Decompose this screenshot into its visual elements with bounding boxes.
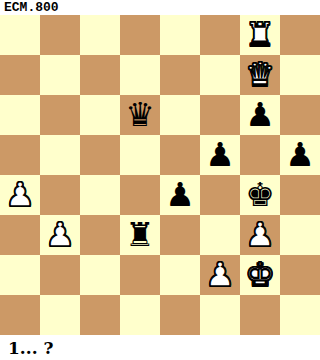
square-d7[interactable]	[120, 55, 160, 95]
square-a3[interactable]	[0, 215, 40, 255]
square-f2[interactable]: ♟	[200, 255, 240, 295]
square-g1[interactable]	[240, 295, 280, 335]
square-h6[interactable]	[280, 95, 320, 135]
piece-black-pawn: ♟	[245, 95, 275, 135]
square-e7[interactable]	[160, 55, 200, 95]
square-f3[interactable]	[200, 215, 240, 255]
puzzle-id-label: ECM.800	[0, 0, 59, 15]
square-b3[interactable]: ♟	[40, 215, 80, 255]
piece-black-king: ♚	[245, 175, 275, 215]
square-b6[interactable]	[40, 95, 80, 135]
move-prompt: 1... ?	[0, 337, 53, 359]
square-c3[interactable]	[80, 215, 120, 255]
square-c2[interactable]	[80, 255, 120, 295]
square-h8[interactable]	[280, 15, 320, 55]
square-f1[interactable]	[200, 295, 240, 335]
square-b4[interactable]	[40, 175, 80, 215]
square-g3[interactable]: ♟	[240, 215, 280, 255]
puzzle-header: ECM.800	[0, 0, 320, 15]
square-a4[interactable]: ♟	[0, 175, 40, 215]
piece-white-queen: ♛	[245, 55, 275, 95]
square-h4[interactable]	[280, 175, 320, 215]
square-h7[interactable]	[280, 55, 320, 95]
square-a8[interactable]	[0, 15, 40, 55]
square-e2[interactable]	[160, 255, 200, 295]
piece-black-queen: ♛	[125, 95, 155, 135]
square-a6[interactable]	[0, 95, 40, 135]
square-d1[interactable]	[120, 295, 160, 335]
square-a5[interactable]	[0, 135, 40, 175]
piece-black-pawn: ♟	[285, 135, 315, 175]
square-f7[interactable]	[200, 55, 240, 95]
square-d5[interactable]	[120, 135, 160, 175]
square-f8[interactable]	[200, 15, 240, 55]
square-b1[interactable]	[40, 295, 80, 335]
square-e6[interactable]	[160, 95, 200, 135]
square-a1[interactable]	[0, 295, 40, 335]
piece-black-pawn: ♟	[165, 175, 195, 215]
square-g7[interactable]: ♛	[240, 55, 280, 95]
square-e8[interactable]	[160, 15, 200, 55]
square-e4[interactable]: ♟	[160, 175, 200, 215]
square-e1[interactable]	[160, 295, 200, 335]
square-f6[interactable]	[200, 95, 240, 135]
square-c5[interactable]	[80, 135, 120, 175]
square-c7[interactable]	[80, 55, 120, 95]
chess-board: ♜♛♛♟♟♟♟♟♚♟♜♟♟♚	[0, 15, 320, 335]
piece-white-rook: ♜	[245, 15, 275, 55]
square-e3[interactable]	[160, 215, 200, 255]
piece-white-pawn: ♟	[205, 255, 235, 295]
square-h3[interactable]	[280, 215, 320, 255]
square-d2[interactable]	[120, 255, 160, 295]
square-e5[interactable]	[160, 135, 200, 175]
square-d6[interactable]: ♛	[120, 95, 160, 135]
square-g5[interactable]	[240, 135, 280, 175]
square-c8[interactable]	[80, 15, 120, 55]
square-f5[interactable]: ♟	[200, 135, 240, 175]
square-h1[interactable]	[280, 295, 320, 335]
piece-white-king: ♚	[245, 255, 275, 295]
square-g4[interactable]: ♚	[240, 175, 280, 215]
square-b5[interactable]	[40, 135, 80, 175]
square-g2[interactable]: ♚	[240, 255, 280, 295]
piece-white-pawn: ♟	[5, 175, 35, 215]
piece-white-pawn: ♟	[245, 215, 275, 255]
square-c4[interactable]	[80, 175, 120, 215]
square-c6[interactable]	[80, 95, 120, 135]
square-d8[interactable]	[120, 15, 160, 55]
square-g8[interactable]: ♜	[240, 15, 280, 55]
piece-black-pawn: ♟	[205, 135, 235, 175]
square-d3[interactable]: ♜	[120, 215, 160, 255]
square-f4[interactable]	[200, 175, 240, 215]
square-h5[interactable]: ♟	[280, 135, 320, 175]
piece-white-pawn: ♟	[45, 215, 75, 255]
square-b7[interactable]	[40, 55, 80, 95]
square-h2[interactable]	[280, 255, 320, 295]
square-a7[interactable]	[0, 55, 40, 95]
square-b8[interactable]	[40, 15, 80, 55]
square-d4[interactable]	[120, 175, 160, 215]
square-b2[interactable]	[40, 255, 80, 295]
piece-black-rook: ♜	[125, 215, 155, 255]
puzzle-footer: 1... ?	[0, 335, 320, 360]
square-c1[interactable]	[80, 295, 120, 335]
square-g6[interactable]: ♟	[240, 95, 280, 135]
square-a2[interactable]	[0, 255, 40, 295]
